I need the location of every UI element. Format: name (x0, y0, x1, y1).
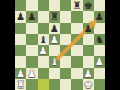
piece-black-rook-f8[interactable]: ♜ (71, 0, 82, 11)
piece-black-pawn-a7[interactable]: ♟ (15, 11, 26, 22)
video-frame: ♜♚♟♟♜♟♟♟♝♞♟♟♝♟♟♟♟♜♚ (0, 0, 120, 90)
piece-black-bishop-c5[interactable]: ♝ (38, 34, 49, 45)
piece-white-pawn-b2[interactable]: ♟ (26, 68, 37, 79)
piece-white-pawn-d5[interactable]: ♟ (49, 34, 60, 45)
letterbox-right (105, 0, 120, 90)
piece-white-pawn-a2[interactable]: ♟ (15, 68, 26, 79)
piece-layer: ♜♚♟♟♜♟♟♟♝♞♟♟♝♟♟♟♟♜♚ (15, 0, 105, 90)
piece-white-king-g1[interactable]: ♚ (83, 79, 94, 90)
piece-white-pawn-c4[interactable]: ♟ (38, 45, 49, 56)
piece-white-rook-a1[interactable]: ♜ (15, 79, 26, 90)
piece-black-king-g8[interactable]: ♚ (83, 0, 94, 11)
letterbox-left (0, 0, 15, 90)
piece-white-pawn-h3[interactable]: ♟ (94, 56, 105, 67)
piece-black-knight-h5[interactable]: ♞ (94, 34, 105, 45)
piece-black-pawn-b7[interactable]: ♟ (26, 11, 37, 22)
piece-black-rook-d7[interactable]: ♜ (49, 11, 60, 22)
piece-black-pawn-d6[interactable]: ♟ (49, 23, 60, 34)
piece-white-pawn-g2[interactable]: ♟ (83, 68, 94, 79)
piece-black-pawn-h7[interactable]: ♟ (94, 11, 105, 22)
piece-white-bishop-d3[interactable]: ♝ (49, 56, 60, 67)
piece-black-pawn-g6[interactable]: ♟ (83, 23, 94, 34)
